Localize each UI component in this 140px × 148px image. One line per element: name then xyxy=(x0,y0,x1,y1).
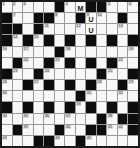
clue-number: 15 xyxy=(34,35,39,39)
cell-r3c8[interactable]: 12 xyxy=(76,24,86,34)
cell-r13c13[interactable] xyxy=(128,136,138,146)
cell-r2c13[interactable] xyxy=(128,13,138,23)
cell-r6c3[interactable]: 20 xyxy=(23,58,33,68)
cell-r3c9[interactable]: U xyxy=(86,24,96,34)
clue-number: 34 xyxy=(2,114,7,118)
clue-number: 39 xyxy=(23,125,28,129)
cell-r12c4[interactable] xyxy=(34,125,44,135)
cell-r11c6[interactable] xyxy=(55,114,65,124)
clue-number: 8 xyxy=(55,13,58,17)
clue-number: 35 xyxy=(23,114,28,118)
cell-r8c1[interactable]: 26 xyxy=(2,80,12,90)
cell-r5c9[interactable] xyxy=(86,47,96,57)
clue-number: 11 xyxy=(44,24,49,28)
cell-r9c3[interactable] xyxy=(23,91,33,101)
cell-r1c4[interactable] xyxy=(34,2,44,12)
cell-r10c2[interactable] xyxy=(13,102,23,112)
cell-r5c7[interactable]: 18 xyxy=(65,47,75,57)
black-cell-r12c9 xyxy=(86,125,96,135)
cell-r12c3[interactable]: 39 xyxy=(23,125,33,135)
black-cell-r7c13 xyxy=(128,69,138,79)
cell-r10c6[interactable] xyxy=(55,102,65,112)
cell-r12c11[interactable]: 41 xyxy=(107,125,117,135)
cell-r2c6[interactable]: 8 xyxy=(55,13,65,23)
black-cell-r3c4 xyxy=(34,24,44,34)
clue-number: 29 xyxy=(128,80,133,84)
black-cell-r13c4 xyxy=(34,136,44,146)
clue-number: 45 xyxy=(86,136,91,140)
black-cell-r12c13 xyxy=(128,125,138,135)
clue-number: 12 xyxy=(76,24,81,28)
clue-number: 30 xyxy=(2,91,7,95)
cell-r9c7[interactable] xyxy=(65,91,75,101)
black-cell-r7c1 xyxy=(2,69,12,79)
prefilled-letter: M xyxy=(76,4,86,12)
cell-r9c13[interactable] xyxy=(128,91,138,101)
clue-number: 1 xyxy=(2,2,5,6)
cell-r7c2[interactable]: 23 xyxy=(13,69,23,79)
black-cell-r12c2 xyxy=(13,125,23,135)
cell-r3c13[interactable] xyxy=(128,24,138,34)
cell-r5c13[interactable]: 19 xyxy=(128,47,138,57)
black-cell-r4c5 xyxy=(44,35,54,45)
cell-r3c3[interactable] xyxy=(23,24,33,34)
prefilled-letter: U xyxy=(86,26,96,34)
cell-r9c12[interactable]: 32 xyxy=(118,91,128,101)
cell-r5c4[interactable] xyxy=(34,47,44,57)
cell-r6c1[interactable] xyxy=(2,58,12,68)
cell-r4c12[interactable] xyxy=(118,35,128,45)
clue-number: 14 xyxy=(13,35,18,39)
cell-r9c6[interactable] xyxy=(55,91,65,101)
cell-r7c12[interactable] xyxy=(118,69,128,79)
cell-r1c2[interactable]: 2 xyxy=(13,2,23,12)
cell-r7c7[interactable] xyxy=(65,69,75,79)
clue-number: 22 xyxy=(118,58,123,62)
crossword-grid: 1234M56789U101112U1314151617181920212223… xyxy=(0,0,140,148)
black-cell-r13c8 xyxy=(76,136,86,146)
cell-r13c3[interactable] xyxy=(23,136,33,146)
black-cell-r8c5 xyxy=(44,80,54,90)
black-cell-r2c1 xyxy=(2,13,12,23)
cell-r3c7[interactable] xyxy=(65,24,75,34)
cell-r8c6[interactable] xyxy=(55,80,65,90)
black-cell-r10c9 xyxy=(86,102,96,112)
cell-r4c4[interactable]: 15 xyxy=(34,35,44,45)
cell-r3c6[interactable] xyxy=(55,24,65,34)
black-cell-r3c2 xyxy=(13,24,23,34)
black-cell-r11c10 xyxy=(97,114,107,124)
black-cell-r11c12 xyxy=(118,114,128,124)
black-cell-r3c1 xyxy=(2,24,12,34)
cell-r10c10[interactable] xyxy=(97,102,107,112)
cell-r8c10[interactable]: 28 xyxy=(97,80,107,90)
cell-r13c6[interactable]: 44 xyxy=(55,136,65,146)
clue-number: 21 xyxy=(55,58,60,62)
black-cell-r8c12 xyxy=(118,80,128,90)
cell-r5c5[interactable] xyxy=(44,47,54,57)
cell-r13c1[interactable]: 43 xyxy=(2,136,12,146)
cell-r8c2[interactable] xyxy=(13,80,23,90)
cell-r6c6[interactable]: 21 xyxy=(55,58,65,68)
black-cell-r7c4 xyxy=(34,69,44,79)
cell-r12c7[interactable]: 40 xyxy=(65,125,75,135)
cell-r7c6[interactable] xyxy=(55,69,65,79)
clue-number: 43 xyxy=(2,136,7,140)
black-cell-r1c9 xyxy=(86,2,96,12)
cell-r5c8[interactable] xyxy=(76,47,86,57)
cell-r7c8[interactable] xyxy=(76,69,86,79)
black-cell-r8c3 xyxy=(23,80,33,90)
cell-r11c8[interactable] xyxy=(76,114,86,124)
clue-number: 40 xyxy=(65,125,70,129)
cell-r5c11[interactable] xyxy=(107,47,117,57)
cell-r2c11[interactable] xyxy=(107,13,117,23)
cell-r12c8[interactable] xyxy=(76,125,86,135)
black-cell-r5c6 xyxy=(55,47,65,57)
clue-number: 32 xyxy=(118,91,123,95)
clue-number: 33 xyxy=(76,102,81,106)
cell-r4c10[interactable] xyxy=(97,35,107,45)
black-cell-r12c10 xyxy=(97,125,107,135)
black-cell-r4c1 xyxy=(2,35,12,45)
black-cell-r4c13 xyxy=(128,35,138,45)
black-cell-r9c8 xyxy=(76,91,86,101)
cell-r5c1[interactable]: 16 xyxy=(2,47,12,57)
cell-r2c2[interactable]: 7 xyxy=(13,13,23,23)
cell-r5c12[interactable] xyxy=(118,47,128,57)
cell-r10c8[interactable]: 33 xyxy=(76,102,86,112)
cell-r1c13[interactable]: 6 xyxy=(128,2,138,12)
black-cell-r10c5 xyxy=(44,102,54,112)
cell-r3c11[interactable] xyxy=(107,24,117,34)
cell-r11c5[interactable]: 36 xyxy=(44,114,54,124)
clue-number: 18 xyxy=(65,47,70,51)
black-cell-r10c7 xyxy=(65,102,75,112)
cell-r9c4[interactable] xyxy=(34,91,44,101)
cell-r9c9[interactable]: 31 xyxy=(86,91,96,101)
clue-number: 37 xyxy=(65,114,70,118)
cell-r13c2[interactable] xyxy=(13,136,23,146)
clue-number: 41 xyxy=(107,125,112,129)
black-cell-r12c6 xyxy=(55,125,65,135)
cell-r11c11[interactable]: 38 xyxy=(107,114,117,124)
cell-r7c9[interactable] xyxy=(86,69,96,79)
clue-number: 19 xyxy=(128,47,133,51)
black-cell-r11c13 xyxy=(128,114,138,124)
cell-r13c10[interactable] xyxy=(97,136,107,146)
cell-r6c12[interactable]: 22 xyxy=(118,58,128,68)
cell-r8c4[interactable]: 27 xyxy=(34,80,44,90)
crossword-thumbnail: 1234M56789U101112U1314151617181920212223… xyxy=(0,0,140,148)
cell-r12c1[interactable] xyxy=(2,125,12,135)
cell-r7c5[interactable]: 24 xyxy=(44,69,54,79)
cell-r9c10[interactable] xyxy=(97,91,107,101)
cell-r1c7[interactable]: 4 xyxy=(65,2,75,12)
black-cell-r2c12 xyxy=(118,13,128,23)
cell-r9c11[interactable] xyxy=(107,91,117,101)
clue-number: 36 xyxy=(44,114,49,118)
black-cell-r10c13 xyxy=(128,102,138,112)
cell-r1c8[interactable]: M xyxy=(76,2,86,12)
cell-r9c2[interactable] xyxy=(13,91,23,101)
cell-r3c5[interactable]: 11 xyxy=(44,24,54,34)
cell-r7c11[interactable]: 25 xyxy=(107,69,117,79)
black-cell-r2c5 xyxy=(44,13,54,23)
cell-r4c2[interactable]: 14 xyxy=(13,35,23,45)
cell-r1c3[interactable]: 3 xyxy=(23,2,33,12)
cell-r8c13[interactable]: 29 xyxy=(128,80,138,90)
cell-r12c5[interactable] xyxy=(44,125,54,135)
clue-number: 24 xyxy=(44,69,49,73)
cell-r13c11[interactable] xyxy=(107,136,117,146)
cell-r11c2[interactable] xyxy=(13,114,23,124)
clue-number: 6 xyxy=(128,2,131,6)
black-cell-r1c6 xyxy=(55,2,65,12)
clue-number: 38 xyxy=(107,114,112,118)
cell-r5c3[interactable]: 17 xyxy=(23,47,33,57)
cell-r1c1[interactable]: 1 xyxy=(2,2,12,12)
cell-r13c12[interactable] xyxy=(118,136,128,146)
cell-r4c6[interactable] xyxy=(55,35,65,45)
cell-r8c8[interactable] xyxy=(76,80,86,90)
cell-r9c5[interactable] xyxy=(44,91,54,101)
clue-number: 27 xyxy=(34,80,39,84)
cell-r6c13[interactable] xyxy=(128,58,138,68)
black-cell-r8c9 xyxy=(86,80,96,90)
cell-r2c9[interactable]: 9U xyxy=(86,13,96,23)
black-cell-r10c3 xyxy=(23,102,33,112)
clue-number: 20 xyxy=(23,58,28,62)
clue-number: 3 xyxy=(23,2,26,6)
cell-r12c12[interactable]: 42 xyxy=(118,125,128,135)
black-cell-r6c5 xyxy=(44,58,54,68)
cell-r6c10[interactable] xyxy=(97,58,107,68)
black-cell-r8c7 xyxy=(65,80,75,90)
prefilled-letter: U xyxy=(86,15,96,23)
cell-r1c5[interactable] xyxy=(44,2,54,12)
cell-r11c4[interactable] xyxy=(34,114,44,124)
clue-number: 13 xyxy=(118,24,123,28)
black-cell-r6c7 xyxy=(65,58,75,68)
cell-r13c9[interactable]: 45 xyxy=(86,136,96,146)
clue-number: 26 xyxy=(2,80,7,84)
clue-number: 7 xyxy=(13,13,16,17)
cell-r11c1[interactable]: 34 xyxy=(2,114,12,124)
cell-r6c8[interactable] xyxy=(76,58,86,68)
cell-r2c7[interactable] xyxy=(65,13,75,23)
black-cell-r2c8 xyxy=(76,13,86,23)
clue-number: 16 xyxy=(2,47,7,51)
black-cell-r10c1 xyxy=(2,102,12,112)
cell-r9c1[interactable]: 30 xyxy=(2,91,12,101)
cell-r6c4[interactable] xyxy=(34,58,44,68)
black-cell-r10c11 xyxy=(107,102,117,112)
cell-r5c10[interactable] xyxy=(97,47,107,57)
cell-r11c3[interactable]: 35 xyxy=(23,114,33,124)
cell-r7c3[interactable] xyxy=(23,69,33,79)
clue-number: 5 xyxy=(107,2,110,6)
clue-number: 2 xyxy=(13,2,16,6)
cell-r11c7[interactable]: 37 xyxy=(65,114,75,124)
cell-r10c12[interactable] xyxy=(118,102,128,112)
black-cell-r6c11 xyxy=(107,58,117,68)
clue-number: 17 xyxy=(23,47,28,51)
black-cell-r6c9 xyxy=(86,58,96,68)
cell-r11c9[interactable] xyxy=(86,114,96,124)
cell-r2c10[interactable]: 10 xyxy=(97,13,107,23)
black-cell-r7c10 xyxy=(97,69,107,79)
black-cell-r4c11 xyxy=(107,35,117,45)
black-cell-r4c7 xyxy=(65,35,75,45)
clue-number: 10 xyxy=(97,13,102,17)
clue-number: 42 xyxy=(118,125,123,129)
cell-r4c8[interactable] xyxy=(76,35,86,45)
black-cell-r4c9 xyxy=(86,35,96,45)
cell-r5c2[interactable] xyxy=(13,47,23,57)
black-cell-r6c2 xyxy=(13,58,23,68)
clue-number: 31 xyxy=(86,91,91,95)
cell-r10c4[interactable] xyxy=(34,102,44,112)
clue-number: 25 xyxy=(107,69,112,73)
cell-r13c7[interactable] xyxy=(65,136,75,146)
cell-r3c10[interactable] xyxy=(97,24,107,34)
black-cell-r13c5 xyxy=(44,136,54,146)
clue-number: 28 xyxy=(97,80,102,84)
black-cell-r1c10 xyxy=(97,2,107,12)
black-cell-r4c3 xyxy=(23,35,33,45)
clue-number: 23 xyxy=(13,69,18,73)
black-cell-r2c4 xyxy=(34,13,44,23)
cell-r1c11[interactable]: 5 xyxy=(107,2,117,12)
clue-number: 4 xyxy=(65,2,68,6)
cell-r8c11[interactable] xyxy=(107,80,117,90)
cell-r2c3[interactable] xyxy=(23,13,33,23)
clue-number: 44 xyxy=(55,136,60,140)
cell-r3c12[interactable]: 13 xyxy=(118,24,128,34)
cell-r1c12[interactable] xyxy=(118,2,128,12)
